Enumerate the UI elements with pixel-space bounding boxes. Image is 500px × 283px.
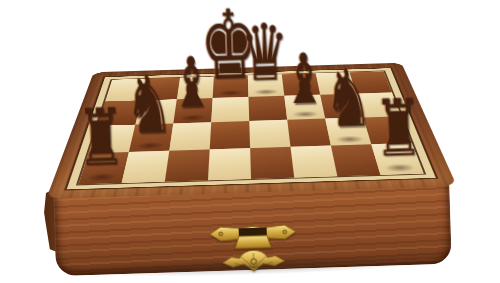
square-c1 bbox=[165, 149, 210, 181]
square-e3 bbox=[248, 96, 287, 121]
square-g1 bbox=[331, 144, 381, 176]
square-c2 bbox=[169, 122, 211, 150]
dark-rook-a1: ♜ bbox=[76, 98, 126, 178]
square-f3: ♝ bbox=[284, 95, 325, 120]
square-e1 bbox=[250, 147, 294, 179]
square-e4: ♛ bbox=[248, 74, 285, 97]
chess-board-grid: ♚♛♝♝♞♞♜♜ bbox=[78, 71, 423, 184]
dark-bishop-c3: ♝ bbox=[170, 48, 214, 118]
dark-bishop-f3: ♝ bbox=[282, 44, 326, 114]
square-b1 bbox=[122, 151, 170, 183]
chess-set-product-photo: ♚♛♝♝♞♞♜♜ bbox=[0, 0, 500, 283]
board-perspective-scene: ♚♛♝♝♞♞♜♜ bbox=[0, 0, 500, 283]
square-e2 bbox=[249, 120, 290, 148]
square-d2 bbox=[210, 121, 250, 149]
board-border-frame: ♚♛♝♝♞♞♜♜ bbox=[67, 68, 436, 189]
square-d1 bbox=[208, 148, 251, 180]
square-d3 bbox=[211, 97, 249, 122]
box-top-board-face: ♚♛♝♝♞♞♜♜ bbox=[46, 63, 457, 199]
square-b2: ♞ bbox=[129, 123, 173, 152]
square-c3: ♝ bbox=[173, 98, 212, 123]
square-f1 bbox=[290, 146, 337, 178]
chess-box: ♚♛♝♝♞♞♜♜ bbox=[0, 0, 500, 283]
dark-knight-g2: ♞ bbox=[323, 58, 374, 139]
dark-knight-b2: ♞ bbox=[123, 65, 174, 146]
square-h1: ♜ bbox=[371, 143, 423, 175]
square-a1: ♜ bbox=[78, 152, 128, 184]
dark-rook-h1: ♜ bbox=[373, 88, 423, 168]
square-g2: ♞ bbox=[325, 117, 371, 145]
